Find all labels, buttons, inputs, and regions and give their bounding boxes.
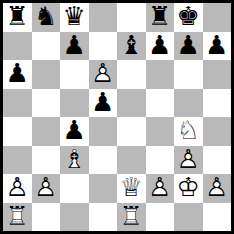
- white-piece-fill-glyph: ♟: [34, 174, 57, 200]
- square-a2[interactable]: ♟♙: [3, 174, 32, 203]
- black-piece-glyph: ♛: [63, 3, 86, 29]
- piece-black-king: ♚: [174, 3, 203, 32]
- square-e4[interactable]: [117, 117, 146, 146]
- white-piece-fill-glyph: ♟: [205, 174, 228, 200]
- black-piece-glyph: ♜: [6, 3, 29, 29]
- piece-white-rook: ♜♖: [117, 203, 146, 232]
- square-a3[interactable]: [3, 146, 32, 175]
- square-e2[interactable]: ♛♕: [117, 174, 146, 203]
- square-e1[interactable]: ♜♖: [117, 203, 146, 232]
- piece-black-pawn: ♟: [89, 89, 118, 118]
- square-b8[interactable]: ♞: [32, 3, 61, 32]
- square-e8[interactable]: [117, 3, 146, 32]
- white-piece-outline-glyph: ♙: [177, 146, 200, 172]
- piece-white-rook: ♜♖: [3, 203, 32, 232]
- white-piece-fill-glyph: ♟: [91, 60, 114, 86]
- square-e3[interactable]: [117, 146, 146, 175]
- square-d4[interactable]: [89, 117, 118, 146]
- piece-black-rook: ♜: [146, 3, 175, 32]
- square-b1[interactable]: [32, 203, 61, 232]
- white-piece-fill-glyph: ♚: [177, 174, 200, 200]
- square-c5[interactable]: [60, 89, 89, 118]
- piece-white-pawn: ♟♙: [89, 60, 118, 89]
- square-h8[interactable]: [203, 3, 232, 32]
- square-d6[interactable]: ♟♙: [89, 60, 118, 89]
- piece-black-pawn: ♟: [146, 32, 175, 61]
- black-piece-glyph: ♟: [91, 89, 114, 115]
- square-c3[interactable]: ♝♗: [60, 146, 89, 175]
- square-c8[interactable]: ♛: [60, 3, 89, 32]
- piece-white-pawn: ♟♙: [32, 174, 61, 203]
- piece-black-pawn: ♟: [60, 32, 89, 61]
- square-g4[interactable]: ♞♘: [174, 117, 203, 146]
- piece-black-pawn: ♟: [3, 60, 32, 89]
- piece-white-pawn: ♟♙: [146, 174, 175, 203]
- white-piece-outline-glyph: ♖: [6, 203, 29, 229]
- black-piece-glyph: ♜: [148, 3, 171, 29]
- piece-white-queen: ♛♕: [117, 174, 146, 203]
- black-piece-glyph: ♟: [6, 60, 29, 86]
- white-piece-outline-glyph: ♙: [34, 174, 57, 200]
- square-f5[interactable]: [146, 89, 175, 118]
- white-piece-outline-glyph: ♔: [177, 174, 200, 200]
- square-d5[interactable]: ♟: [89, 89, 118, 118]
- chess-board-frame: ♜♞♛♜♚♟♝♟♟♟♟♟♙♟♟♞♘♝♗♟♙♟♙♟♙♛♕♟♙♚♔♟♙♜♖♜♖: [0, 0, 234, 234]
- square-h4[interactable]: [203, 117, 232, 146]
- square-b4[interactable]: [32, 117, 61, 146]
- black-piece-glyph: ♟: [63, 32, 86, 58]
- square-d1[interactable]: [89, 203, 118, 232]
- square-f2[interactable]: ♟♙: [146, 174, 175, 203]
- piece-black-knight: ♞: [32, 3, 61, 32]
- white-piece-outline-glyph: ♙: [6, 174, 29, 200]
- black-piece-glyph: ♟: [205, 32, 228, 58]
- white-piece-outline-glyph: ♙: [148, 174, 171, 200]
- square-c1[interactable]: [60, 203, 89, 232]
- square-c6[interactable]: [60, 60, 89, 89]
- white-piece-fill-glyph: ♟: [148, 174, 171, 200]
- square-b7[interactable]: [32, 32, 61, 61]
- piece-black-pawn: ♟: [174, 32, 203, 61]
- piece-black-rook: ♜: [3, 3, 32, 32]
- square-g5[interactable]: [174, 89, 203, 118]
- square-g3[interactable]: ♟♙: [174, 146, 203, 175]
- square-a6[interactable]: ♟: [3, 60, 32, 89]
- white-piece-fill-glyph: ♞: [177, 117, 200, 143]
- square-f1[interactable]: [146, 203, 175, 232]
- piece-black-pawn: ♟: [203, 32, 232, 61]
- square-b5[interactable]: [32, 89, 61, 118]
- white-piece-outline-glyph: ♘: [177, 117, 200, 143]
- square-h5[interactable]: [203, 89, 232, 118]
- square-h7[interactable]: ♟: [203, 32, 232, 61]
- white-piece-fill-glyph: ♟: [6, 174, 29, 200]
- piece-white-pawn: ♟♙: [203, 174, 232, 203]
- black-piece-glyph: ♟: [63, 117, 86, 143]
- square-g8[interactable]: ♚: [174, 3, 203, 32]
- piece-black-pawn: ♟: [60, 117, 89, 146]
- square-g6[interactable]: [174, 60, 203, 89]
- square-e7[interactable]: ♝: [117, 32, 146, 61]
- piece-black-bishop: ♝: [117, 32, 146, 61]
- white-piece-fill-glyph: ♟: [177, 146, 200, 172]
- square-a8[interactable]: ♜: [3, 3, 32, 32]
- white-piece-outline-glyph: ♙: [91, 60, 114, 86]
- square-h3[interactable]: [203, 146, 232, 175]
- square-h1[interactable]: [203, 203, 232, 232]
- square-a4[interactable]: [3, 117, 32, 146]
- square-a7[interactable]: [3, 32, 32, 61]
- square-c7[interactable]: ♟: [60, 32, 89, 61]
- square-e6[interactable]: [117, 60, 146, 89]
- black-piece-glyph: ♟: [177, 32, 200, 58]
- white-piece-outline-glyph: ♕: [120, 174, 143, 200]
- black-piece-glyph: ♚: [177, 3, 200, 29]
- piece-white-king: ♚♔: [174, 174, 203, 203]
- piece-white-pawn: ♟♙: [174, 146, 203, 175]
- piece-white-knight: ♞♘: [174, 117, 203, 146]
- square-f3[interactable]: [146, 146, 175, 175]
- square-a5[interactable]: [3, 89, 32, 118]
- square-b2[interactable]: ♟♙: [32, 174, 61, 203]
- black-piece-glyph: ♞: [34, 3, 57, 29]
- black-piece-glyph: ♝: [120, 32, 143, 58]
- white-piece-fill-glyph: ♝: [63, 146, 86, 172]
- square-d2[interactable]: [89, 174, 118, 203]
- white-piece-fill-glyph: ♛: [120, 174, 143, 200]
- square-b6[interactable]: [32, 60, 61, 89]
- square-g7[interactable]: ♟: [174, 32, 203, 61]
- square-f6[interactable]: [146, 60, 175, 89]
- square-d7[interactable]: [89, 32, 118, 61]
- square-f8[interactable]: ♜: [146, 3, 175, 32]
- square-b3[interactable]: [32, 146, 61, 175]
- square-h2[interactable]: ♟♙: [203, 174, 232, 203]
- piece-black-queen: ♛: [60, 3, 89, 32]
- square-g1[interactable]: [174, 203, 203, 232]
- black-piece-glyph: ♟: [148, 32, 171, 58]
- square-e5[interactable]: [117, 89, 146, 118]
- square-f4[interactable]: [146, 117, 175, 146]
- white-piece-fill-glyph: ♜: [120, 203, 143, 229]
- square-f7[interactable]: ♟: [146, 32, 175, 61]
- white-piece-outline-glyph: ♙: [205, 174, 228, 200]
- piece-white-bishop: ♝♗: [60, 146, 89, 175]
- square-d8[interactable]: [89, 3, 118, 32]
- square-h6[interactable]: [203, 60, 232, 89]
- white-piece-fill-glyph: ♜: [6, 203, 29, 229]
- white-piece-outline-glyph: ♖: [120, 203, 143, 229]
- square-c2[interactable]: [60, 174, 89, 203]
- white-piece-outline-glyph: ♗: [63, 146, 86, 172]
- square-c4[interactable]: ♟: [60, 117, 89, 146]
- square-g2[interactable]: ♚♔: [174, 174, 203, 203]
- chess-board: ♜♞♛♜♚♟♝♟♟♟♟♟♙♟♟♞♘♝♗♟♙♟♙♟♙♛♕♟♙♚♔♟♙♜♖♜♖: [3, 3, 231, 231]
- piece-white-pawn: ♟♙: [3, 174, 32, 203]
- square-a1[interactable]: ♜♖: [3, 203, 32, 232]
- square-d3[interactable]: [89, 146, 118, 175]
